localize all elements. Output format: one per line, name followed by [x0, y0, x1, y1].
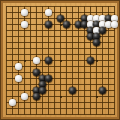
grid-line-horizontal [6, 78, 115, 79]
white-stone[interactable] [111, 21, 117, 27]
black-stone[interactable] [33, 69, 39, 75]
white-stone[interactable] [21, 21, 27, 27]
black-stone[interactable] [57, 15, 63, 21]
go-board[interactable] [0, 0, 120, 120]
star-point [96, 60, 98, 62]
star-point [60, 60, 62, 62]
white-stone[interactable] [21, 93, 27, 99]
black-stone[interactable] [45, 57, 51, 63]
star-point [24, 60, 26, 62]
black-stone[interactable] [63, 21, 69, 27]
white-stone[interactable] [33, 57, 39, 63]
star-point [96, 96, 98, 98]
black-stone[interactable] [87, 57, 93, 63]
white-stone[interactable] [45, 9, 51, 15]
grid-line-horizontal [6, 66, 115, 67]
black-stone[interactable] [69, 87, 75, 93]
star-point [60, 24, 62, 26]
grid-line-horizontal [6, 108, 115, 109]
grid-line-horizontal [6, 84, 115, 85]
screenshot-root [0, 0, 120, 120]
grid-line-horizontal [6, 102, 115, 103]
black-stone[interactable] [33, 93, 39, 99]
black-stone[interactable] [93, 39, 99, 45]
grid-line-vertical [72, 6, 73, 115]
white-stone[interactable] [15, 75, 21, 81]
black-stone[interactable] [45, 75, 51, 81]
black-stone[interactable] [39, 87, 45, 93]
grid-line-horizontal [6, 114, 115, 115]
grid-line-horizontal [6, 72, 115, 73]
white-stone[interactable] [21, 9, 27, 15]
black-stone[interactable] [45, 21, 51, 27]
white-stone[interactable] [15, 63, 21, 69]
white-stone[interactable] [9, 99, 15, 105]
star-point [60, 96, 62, 98]
black-stone[interactable] [99, 27, 105, 33]
black-stone[interactable] [99, 87, 105, 93]
